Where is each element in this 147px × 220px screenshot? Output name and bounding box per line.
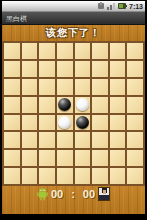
right-score: 00 xyxy=(83,187,95,202)
board-cell-a8[interactable] xyxy=(4,168,20,184)
board-cell-c4[interactable] xyxy=(39,97,55,113)
board-cell-d7[interactable] xyxy=(57,150,73,166)
phone-screen: 7:13 黑白棋 该您下了！ 00 : 00 xyxy=(0,0,147,220)
signal-icon xyxy=(107,2,116,10)
board-cell-h3[interactable] xyxy=(127,79,143,95)
board-cell-g5[interactable] xyxy=(110,115,126,131)
android-robot-icon xyxy=(37,187,48,201)
board-cell-b8[interactable] xyxy=(22,168,38,184)
board-cell-c6[interactable] xyxy=(39,132,55,148)
black-disc xyxy=(76,116,89,129)
board-cell-g3[interactable] xyxy=(110,79,126,95)
board-cell-h8[interactable] xyxy=(127,168,143,184)
status-time: 7:13 xyxy=(129,1,143,12)
battery-icon xyxy=(118,2,127,10)
white-disc xyxy=(76,98,89,111)
usb-icon xyxy=(97,2,105,10)
white-disc xyxy=(58,116,71,129)
turn-message-bar: 该您下了！ xyxy=(2,25,145,41)
board-cell-c7[interactable] xyxy=(39,150,55,166)
board-cell-g1[interactable] xyxy=(110,43,126,59)
board-cell-b2[interactable] xyxy=(22,61,38,77)
board-cell-a1[interactable] xyxy=(4,43,20,59)
turn-message: 该您下了！ xyxy=(46,26,101,40)
board-cell-d4[interactable] xyxy=(57,97,73,113)
board-cell-b4[interactable] xyxy=(22,97,38,113)
board-cell-f7[interactable] xyxy=(92,150,108,166)
board-cell-a7[interactable] xyxy=(4,150,20,166)
board-cell-b7[interactable] xyxy=(22,150,38,166)
board-cell-g8[interactable] xyxy=(110,168,126,184)
board-cell-d5[interactable] xyxy=(57,115,73,131)
board-cell-g7[interactable] xyxy=(110,150,126,166)
board-cell-g2[interactable] xyxy=(110,61,126,77)
board-cell-d6[interactable] xyxy=(57,132,73,148)
board-cell-h5[interactable] xyxy=(127,115,143,131)
board-cell-h1[interactable] xyxy=(127,43,143,59)
board-cell-f8[interactable] xyxy=(92,168,108,184)
board-cell-b1[interactable] xyxy=(22,43,38,59)
screen-frame xyxy=(0,214,147,220)
board-cell-f5[interactable] xyxy=(92,115,108,131)
board-cell-d8[interactable] xyxy=(57,168,73,184)
human-avatar xyxy=(98,187,110,201)
board-cell-e8[interactable] xyxy=(75,168,91,184)
board-cell-b6[interactable] xyxy=(22,132,38,148)
board-cell-a5[interactable] xyxy=(4,115,20,131)
board-cell-e7[interactable] xyxy=(75,150,91,166)
board-cell-h6[interactable] xyxy=(127,132,143,148)
board-cell-b5[interactable] xyxy=(22,115,38,131)
board-cell-a6[interactable] xyxy=(4,132,20,148)
board-cell-c1[interactable] xyxy=(39,43,55,59)
board-cell-e2[interactable] xyxy=(75,61,91,77)
board-cell-f3[interactable] xyxy=(92,79,108,95)
board-cell-f1[interactable] xyxy=(92,43,108,59)
board-cell-c5[interactable] xyxy=(39,115,55,131)
othello-board xyxy=(2,41,145,186)
board-cell-c2[interactable] xyxy=(39,61,55,77)
board-cell-e3[interactable] xyxy=(75,79,91,95)
board-cell-f4[interactable] xyxy=(92,97,108,113)
board-cell-a3[interactable] xyxy=(4,79,20,95)
board-cell-f2[interactable] xyxy=(92,61,108,77)
board-cell-e1[interactable] xyxy=(75,43,91,59)
board-cell-b3[interactable] xyxy=(22,79,38,95)
board-cell-g4[interactable] xyxy=(110,97,126,113)
left-score: 00 xyxy=(51,187,63,202)
board-cell-h2[interactable] xyxy=(127,61,143,77)
score-separator: : xyxy=(71,187,75,202)
status-bar: 7:13 xyxy=(2,1,145,12)
board-cell-f6[interactable] xyxy=(92,132,108,148)
board-cell-e4[interactable] xyxy=(75,97,91,113)
board-cell-a2[interactable] xyxy=(4,61,20,77)
board-cell-h7[interactable] xyxy=(127,150,143,166)
score-bar: 00 : 00 xyxy=(2,186,145,214)
board-cell-d1[interactable] xyxy=(57,43,73,59)
board-cell-c8[interactable] xyxy=(39,168,55,184)
board-cell-e6[interactable] xyxy=(75,132,91,148)
board-cell-g6[interactable] xyxy=(110,132,126,148)
board-cell-e5[interactable] xyxy=(75,115,91,131)
black-disc xyxy=(58,98,71,111)
app-title: 黑白棋 xyxy=(6,12,27,25)
board-cell-d2[interactable] xyxy=(57,61,73,77)
board-cell-a4[interactable] xyxy=(4,97,20,113)
board-cell-h4[interactable] xyxy=(127,97,143,113)
board-cell-c3[interactable] xyxy=(39,79,55,95)
title-bar: 黑白棋 xyxy=(2,12,145,25)
board-cell-d3[interactable] xyxy=(57,79,73,95)
